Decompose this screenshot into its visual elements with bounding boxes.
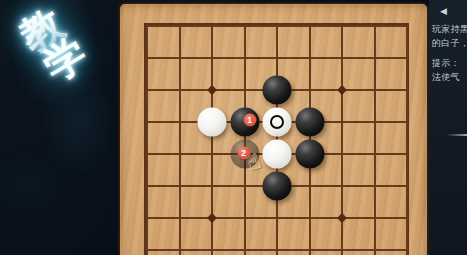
board-intersection[interactable] xyxy=(326,202,359,234)
board-intersection[interactable] xyxy=(261,138,294,170)
star-point xyxy=(337,213,347,223)
board-intersection[interactable] xyxy=(391,74,424,106)
tutorial-panel: ◀ 玩家持黑 的白子， 提示： 法使气 xyxy=(429,0,467,255)
white-stone xyxy=(198,108,227,137)
board-intersection[interactable] xyxy=(196,10,229,42)
tutorial-text-line: 提示： xyxy=(432,57,467,71)
board-intersection[interactable] xyxy=(391,170,424,202)
board-intersection[interactable] xyxy=(163,202,196,234)
board-intersection[interactable] xyxy=(391,106,424,138)
collapse-panel-button[interactable]: ◀ xyxy=(440,6,447,16)
board-intersection[interactable] xyxy=(131,170,164,202)
board-intersection[interactable] xyxy=(326,138,359,170)
board-intersection[interactable] xyxy=(228,202,261,234)
board-grid: 12☝ xyxy=(131,10,424,255)
board-intersection[interactable] xyxy=(293,106,326,138)
black-stone xyxy=(263,76,292,105)
board-intersection[interactable] xyxy=(326,42,359,74)
board-intersection[interactable] xyxy=(358,234,391,255)
board-intersection[interactable] xyxy=(261,10,294,42)
board-intersection[interactable] xyxy=(391,42,424,74)
board-intersection[interactable] xyxy=(163,74,196,106)
sidebar-art: 教 学 xyxy=(0,0,118,255)
board-intersection[interactable] xyxy=(391,202,424,234)
board-intersection[interactable] xyxy=(228,74,261,106)
board-intersection[interactable] xyxy=(163,234,196,255)
board-intersection[interactable] xyxy=(131,106,164,138)
board-intersection[interactable] xyxy=(391,234,424,255)
board-intersection[interactable] xyxy=(131,42,164,74)
board-intersection[interactable] xyxy=(261,106,294,138)
board-intersection[interactable] xyxy=(293,42,326,74)
star-point xyxy=(207,85,217,95)
tutorial-text: 玩家持黑 的白子， 提示： 法使气 xyxy=(432,23,467,84)
board-intersection[interactable] xyxy=(163,10,196,42)
board-intersection[interactable] xyxy=(293,202,326,234)
board-intersection[interactable] xyxy=(163,106,196,138)
board-intersection[interactable] xyxy=(196,234,229,255)
board-intersection[interactable] xyxy=(293,10,326,42)
board-intersection[interactable] xyxy=(131,234,164,255)
board-intersection[interactable] xyxy=(163,138,196,170)
board-intersection[interactable] xyxy=(228,42,261,74)
board-intersection[interactable] xyxy=(131,138,164,170)
board-intersection[interactable] xyxy=(358,202,391,234)
board-intersection[interactable] xyxy=(358,42,391,74)
board-intersection[interactable] xyxy=(391,10,424,42)
board-intersection[interactable] xyxy=(326,10,359,42)
board-intersection[interactable] xyxy=(326,170,359,202)
circle-marker xyxy=(270,115,284,129)
board-intersection[interactable] xyxy=(228,170,261,202)
board-intersection[interactable] xyxy=(228,10,261,42)
board-intersection[interactable] xyxy=(358,74,391,106)
board-intersection[interactable] xyxy=(293,138,326,170)
panel-divider xyxy=(447,134,467,136)
board-intersection[interactable] xyxy=(261,170,294,202)
board-intersection[interactable] xyxy=(261,234,294,255)
black-stone xyxy=(263,172,292,201)
board-intersection[interactable] xyxy=(131,10,164,42)
board-intersection[interactable] xyxy=(196,170,229,202)
board-intersection[interactable] xyxy=(196,42,229,74)
black-stone xyxy=(295,140,324,169)
board-intersection[interactable]: 2☝ xyxy=(228,138,261,170)
board-intersection[interactable] xyxy=(358,170,391,202)
board-intersection[interactable] xyxy=(391,138,424,170)
board-intersection[interactable] xyxy=(163,170,196,202)
move-number-badge: 1 xyxy=(243,114,256,127)
board-intersection[interactable] xyxy=(326,74,359,106)
tutorial-text-line: 法使气 xyxy=(432,71,467,85)
board-intersection[interactable] xyxy=(131,74,164,106)
tutorial-text-line: 玩家持黑 xyxy=(432,23,467,37)
board-intersection[interactable] xyxy=(196,138,229,170)
board-intersection[interactable] xyxy=(163,42,196,74)
white-stone xyxy=(263,140,292,169)
board-intersection[interactable] xyxy=(228,234,261,255)
go-board: 12☝ xyxy=(118,2,429,255)
board-intersection[interactable] xyxy=(293,170,326,202)
board-intersection[interactable] xyxy=(293,234,326,255)
board-intersection[interactable] xyxy=(261,74,294,106)
board-intersection[interactable] xyxy=(131,202,164,234)
board-intersection[interactable] xyxy=(261,42,294,74)
board-intersection[interactable] xyxy=(261,202,294,234)
star-point xyxy=(207,213,217,223)
board-intersection[interactable] xyxy=(358,138,391,170)
board-intersection[interactable] xyxy=(293,74,326,106)
star-point xyxy=(337,85,347,95)
board-intersection[interactable] xyxy=(326,234,359,255)
black-stone xyxy=(295,108,324,137)
board-intersection[interactable] xyxy=(326,106,359,138)
board-intersection[interactable] xyxy=(358,10,391,42)
board-intersection[interactable] xyxy=(196,106,229,138)
board-intersection[interactable] xyxy=(196,74,229,106)
board-intersection[interactable]: 1 xyxy=(228,106,261,138)
board-intersection[interactable] xyxy=(358,106,391,138)
board-intersection[interactable] xyxy=(196,202,229,234)
tutorial-text-line: 的白子， xyxy=(432,37,467,51)
app-window: 教 学 12☝ ◀ 玩家持黑 的白子， 提示： 法使气 xyxy=(0,0,467,255)
